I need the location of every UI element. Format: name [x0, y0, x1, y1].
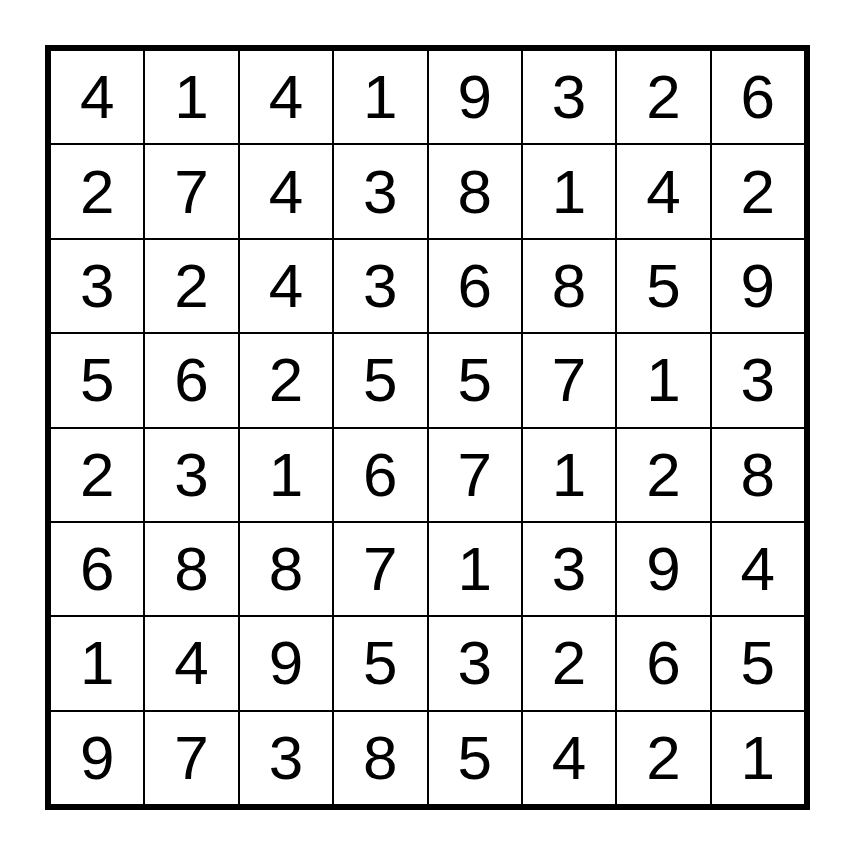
grid-cell-r2c5[interactable]: 8: [429, 145, 521, 237]
grid-cell-r5c6[interactable]: 1: [523, 429, 615, 521]
grid-cell-r7c5[interactable]: 3: [429, 617, 521, 709]
grid-cell-r3c8[interactable]: 9: [712, 240, 804, 332]
grid-cell-r2c7[interactable]: 4: [617, 145, 709, 237]
grid-cell-r6c1[interactable]: 6: [51, 523, 143, 615]
grid-cell-r7c6[interactable]: 2: [523, 617, 615, 709]
grid-cell-r1c1[interactable]: 4: [51, 51, 143, 143]
grid-cell-r3c5[interactable]: 6: [429, 240, 521, 332]
grid-cell-r3c4[interactable]: 3: [334, 240, 426, 332]
grid-cell-r5c3[interactable]: 1: [240, 429, 332, 521]
grid-cell-r2c3[interactable]: 4: [240, 145, 332, 237]
grid-cell-r6c8[interactable]: 4: [712, 523, 804, 615]
grid-cell-r3c3[interactable]: 4: [240, 240, 332, 332]
grid-cell-r5c1[interactable]: 2: [51, 429, 143, 521]
grid-cell-r4c4[interactable]: 5: [334, 334, 426, 426]
grid-cell-r1c3[interactable]: 4: [240, 51, 332, 143]
grid-cell-r2c6[interactable]: 1: [523, 145, 615, 237]
grid-cell-r8c3[interactable]: 3: [240, 712, 332, 804]
grid-cell-r4c7[interactable]: 1: [617, 334, 709, 426]
grid-cell-r1c7[interactable]: 2: [617, 51, 709, 143]
grid-cell-r5c4[interactable]: 6: [334, 429, 426, 521]
grid-cell-r1c5[interactable]: 9: [429, 51, 521, 143]
grid-cell-r2c1[interactable]: 2: [51, 145, 143, 237]
grid-cell-r1c2[interactable]: 1: [145, 51, 237, 143]
grid-cell-r3c1[interactable]: 3: [51, 240, 143, 332]
grid-cell-r6c2[interactable]: 8: [145, 523, 237, 615]
grid-cell-r3c6[interactable]: 8: [523, 240, 615, 332]
puzzle-board: 4141932627438142324368595625571323167128…: [45, 45, 810, 810]
grid-cell-r8c6[interactable]: 4: [523, 712, 615, 804]
grid-cell-r6c4[interactable]: 7: [334, 523, 426, 615]
grid-cell-r7c3[interactable]: 9: [240, 617, 332, 709]
grid-cell-r6c5[interactable]: 1: [429, 523, 521, 615]
grid-cell-r7c7[interactable]: 6: [617, 617, 709, 709]
grid-cell-r1c6[interactable]: 3: [523, 51, 615, 143]
grid-cell-r8c2[interactable]: 7: [145, 712, 237, 804]
grid-cell-r3c7[interactable]: 5: [617, 240, 709, 332]
grid-cell-r8c4[interactable]: 8: [334, 712, 426, 804]
grid-cell-r7c1[interactable]: 1: [51, 617, 143, 709]
grid-cell-r4c2[interactable]: 6: [145, 334, 237, 426]
grid-cell-r3c2[interactable]: 2: [145, 240, 237, 332]
grid-cell-r8c8[interactable]: 1: [712, 712, 804, 804]
grid-cell-r6c7[interactable]: 9: [617, 523, 709, 615]
grid-cell-r5c8[interactable]: 8: [712, 429, 804, 521]
grid-cell-r5c5[interactable]: 7: [429, 429, 521, 521]
grid-cell-r4c6[interactable]: 7: [523, 334, 615, 426]
grid-cell-r7c4[interactable]: 5: [334, 617, 426, 709]
grid-cell-r1c8[interactable]: 6: [712, 51, 804, 143]
grid-cell-r8c1[interactable]: 9: [51, 712, 143, 804]
grid-cell-r7c2[interactable]: 4: [145, 617, 237, 709]
grid-cell-r4c3[interactable]: 2: [240, 334, 332, 426]
grid-cell-r6c6[interactable]: 3: [523, 523, 615, 615]
grid-cell-r4c1[interactable]: 5: [51, 334, 143, 426]
grid-cell-r5c7[interactable]: 2: [617, 429, 709, 521]
grid-cell-r4c8[interactable]: 3: [712, 334, 804, 426]
grid-cell-r6c3[interactable]: 8: [240, 523, 332, 615]
grid-cell-r2c8[interactable]: 2: [712, 145, 804, 237]
grid-cell-r7c8[interactable]: 5: [712, 617, 804, 709]
grid-cell-r8c5[interactable]: 5: [429, 712, 521, 804]
grid-cell-r4c5[interactable]: 5: [429, 334, 521, 426]
grid-cell-r2c4[interactable]: 3: [334, 145, 426, 237]
grid-cell-r8c7[interactable]: 2: [617, 712, 709, 804]
grid-cell-r1c4[interactable]: 1: [334, 51, 426, 143]
grid-cell-r5c2[interactable]: 3: [145, 429, 237, 521]
grid-cell-r2c2[interactable]: 7: [145, 145, 237, 237]
